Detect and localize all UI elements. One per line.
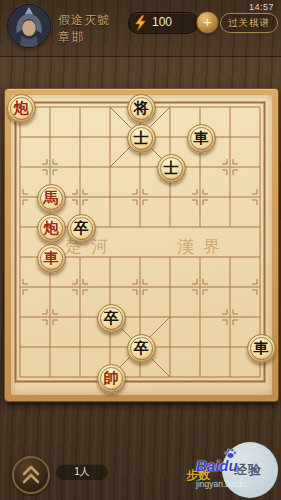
piece-red-炮[interactable]: 炮 (37, 214, 66, 243)
pieces-layer: 炮将士車士馬炮卒車卒卒車帥 (5, 89, 278, 401)
stage-subtitle: 章邯 (58, 29, 84, 46)
expand-button[interactable] (12, 456, 50, 494)
stage-title: 假途灭虢 (58, 12, 110, 29)
xiangqi-board: 楚河 漢界 炮将士車士馬炮卒車卒卒車帥 (4, 88, 279, 402)
piece-black-車[interactable]: 車 (187, 124, 216, 153)
piece-black-卒[interactable]: 卒 (67, 214, 96, 243)
avatar-image (8, 5, 50, 47)
add-energy-button[interactable]: + (196, 11, 219, 34)
piece-black-士[interactable]: 士 (127, 124, 156, 153)
header-bar: 假途灭虢 章邯 14:57 100 + 过关棋谱 (0, 0, 281, 57)
status-clock: 14:57 (249, 2, 274, 12)
watermark-circle (222, 442, 278, 498)
watermark-badge: 经验 (234, 461, 262, 479)
lightning-icon (133, 15, 148, 31)
app-screen: 假途灭虢 章邯 14:57 100 + 过关棋谱 楚河 漢界 炮将士車士馬炮卒車… (0, 0, 281, 500)
piece-black-将[interactable]: 将 (127, 94, 156, 123)
chevron-up-icon (17, 461, 45, 487)
piece-red-車[interactable]: 車 (37, 244, 66, 273)
energy-pill[interactable]: 100 (128, 12, 198, 34)
piece-red-馬[interactable]: 馬 (37, 184, 66, 213)
players-count-badge: 1人 (56, 464, 108, 480)
records-button[interactable]: 过关棋谱 (220, 13, 278, 33)
steps-label: 步数 (186, 467, 210, 484)
piece-black-卒[interactable]: 卒 (97, 304, 126, 333)
piece-black-卒[interactable]: 卒 (127, 334, 156, 363)
piece-black-車[interactable]: 車 (247, 334, 276, 363)
piece-red-炮[interactable]: 炮 (7, 94, 36, 123)
player-avatar[interactable] (7, 4, 51, 48)
piece-black-士[interactable]: 士 (157, 154, 186, 183)
piece-red-帥[interactable]: 帥 (97, 364, 126, 393)
baidu-paw-icon (224, 448, 237, 459)
energy-value: 100 (152, 13, 172, 32)
